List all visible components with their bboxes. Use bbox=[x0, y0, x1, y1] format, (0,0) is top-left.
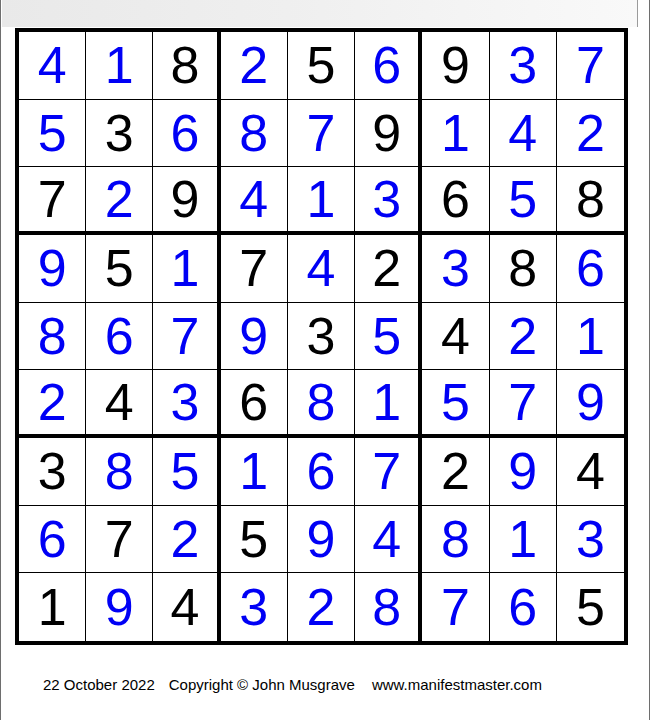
given-digit: 9 bbox=[372, 107, 401, 159]
cell-r6c7[interactable]: 5 bbox=[422, 370, 489, 438]
cell-r8c4[interactable]: 5 bbox=[221, 506, 288, 574]
solved-digit: 4 bbox=[307, 242, 336, 294]
cell-r1c4[interactable]: 2 bbox=[221, 32, 288, 100]
cell-r2c7[interactable]: 1 bbox=[422, 100, 489, 168]
cell-r1c9[interactable]: 7 bbox=[557, 32, 624, 100]
cell-r3c2[interactable]: 2 bbox=[86, 167, 153, 235]
given-digit: 4 bbox=[105, 376, 134, 428]
cell-r7c4[interactable]: 1 bbox=[221, 438, 288, 506]
cell-r7c2[interactable]: 8 bbox=[86, 438, 153, 506]
solved-digit: 1 bbox=[576, 310, 605, 362]
solved-digit: 3 bbox=[372, 173, 401, 225]
cell-r4c9[interactable]: 6 bbox=[557, 235, 624, 303]
given-digit: 6 bbox=[441, 173, 470, 225]
given-digit: 5 bbox=[307, 39, 336, 91]
solved-digit: 5 bbox=[372, 310, 401, 362]
given-digit: 7 bbox=[38, 173, 67, 225]
solved-digit: 2 bbox=[38, 376, 67, 428]
cell-r6c4[interactable]: 6 bbox=[221, 370, 288, 438]
cell-r9c4[interactable]: 3 bbox=[221, 573, 288, 641]
solved-digit: 1 bbox=[171, 242, 200, 294]
cell-r3c7[interactable]: 6 bbox=[422, 167, 489, 235]
solved-digit: 4 bbox=[372, 513, 401, 565]
solved-digit: 6 bbox=[105, 310, 134, 362]
solved-digit: 2 bbox=[508, 310, 537, 362]
cell-r9c5[interactable]: 2 bbox=[288, 573, 355, 641]
cell-r8c7[interactable]: 8 bbox=[422, 506, 489, 574]
given-digit: 4 bbox=[171, 581, 200, 633]
cell-r4c8[interactable]: 8 bbox=[490, 235, 557, 303]
solved-digit: 6 bbox=[576, 242, 605, 294]
solved-digit: 2 bbox=[239, 39, 268, 91]
cell-r1c7[interactable]: 9 bbox=[422, 32, 489, 100]
solved-digit: 8 bbox=[239, 107, 268, 159]
solved-digit: 8 bbox=[105, 445, 134, 497]
solved-digit: 5 bbox=[508, 173, 537, 225]
solved-digit: 5 bbox=[38, 107, 67, 159]
cell-r5c5[interactable]: 3 bbox=[288, 303, 355, 371]
cell-r7c1[interactable]: 3 bbox=[19, 438, 86, 506]
solved-digit: 4 bbox=[508, 107, 537, 159]
solved-digit: 9 bbox=[38, 242, 67, 294]
given-digit: 6 bbox=[239, 376, 268, 428]
solved-digit: 4 bbox=[38, 39, 67, 91]
cell-r2c9[interactable]: 2 bbox=[557, 100, 624, 168]
cell-r2c1[interactable]: 5 bbox=[19, 100, 86, 168]
cell-r1c3[interactable]: 8 bbox=[153, 32, 220, 100]
solved-digit: 5 bbox=[441, 376, 470, 428]
cell-r8c9[interactable]: 3 bbox=[557, 506, 624, 574]
cell-r2c2[interactable]: 3 bbox=[86, 100, 153, 168]
solved-digit: 7 bbox=[171, 310, 200, 362]
solved-digit: 2 bbox=[307, 581, 336, 633]
solved-digit: 7 bbox=[372, 445, 401, 497]
solved-digit: 9 bbox=[239, 310, 268, 362]
cell-r9c2[interactable]: 9 bbox=[86, 573, 153, 641]
given-digit: 3 bbox=[105, 107, 134, 159]
cell-r6c5[interactable]: 8 bbox=[288, 370, 355, 438]
cell-r4c1[interactable]: 9 bbox=[19, 235, 86, 303]
cell-r4c6[interactable]: 2 bbox=[355, 235, 422, 303]
cell-r2c3[interactable]: 6 bbox=[153, 100, 220, 168]
cell-r2c8[interactable]: 4 bbox=[490, 100, 557, 168]
footer: 22 October 2022Copyright © John Musgrave… bbox=[43, 676, 542, 693]
solved-digit: 2 bbox=[171, 513, 200, 565]
given-digit: 5 bbox=[105, 242, 134, 294]
cell-r4c5[interactable]: 4 bbox=[288, 235, 355, 303]
cell-r5c4[interactable]: 9 bbox=[221, 303, 288, 371]
cell-r5c3[interactable]: 7 bbox=[153, 303, 220, 371]
solved-digit: 6 bbox=[171, 107, 200, 159]
cell-r4c2[interactable]: 5 bbox=[86, 235, 153, 303]
given-digit: 1 bbox=[38, 581, 67, 633]
footer-website: www.manifestmaster.com bbox=[372, 676, 542, 693]
cell-r3c9[interactable]: 8 bbox=[557, 167, 624, 235]
given-digit: 4 bbox=[576, 445, 605, 497]
given-digit: 2 bbox=[372, 242, 401, 294]
cell-r8c3[interactable]: 2 bbox=[153, 506, 220, 574]
footer-date: 22 October 2022 bbox=[43, 676, 155, 693]
solved-digit: 2 bbox=[576, 107, 605, 159]
solved-digit: 8 bbox=[38, 310, 67, 362]
given-digit: 8 bbox=[171, 39, 200, 91]
solved-digit: 6 bbox=[372, 39, 401, 91]
cell-r6c9[interactable]: 9 bbox=[557, 370, 624, 438]
cell-r9c3[interactable]: 4 bbox=[153, 573, 220, 641]
cell-r5c7[interactable]: 4 bbox=[422, 303, 489, 371]
solved-digit: 7 bbox=[441, 581, 470, 633]
given-digit: 3 bbox=[38, 445, 67, 497]
given-digit: 9 bbox=[441, 39, 470, 91]
footer-copyright: Copyright © John Musgrave bbox=[169, 676, 355, 693]
solved-digit: 6 bbox=[38, 513, 67, 565]
cell-r7c3[interactable]: 5 bbox=[153, 438, 220, 506]
cell-r6c1[interactable]: 2 bbox=[19, 370, 86, 438]
solved-digit: 3 bbox=[171, 376, 200, 428]
cell-r9c1[interactable]: 1 bbox=[19, 573, 86, 641]
solved-digit: 7 bbox=[508, 376, 537, 428]
cell-r6c6[interactable]: 1 bbox=[355, 370, 422, 438]
cell-r3c5[interactable]: 1 bbox=[288, 167, 355, 235]
cell-r7c9[interactable]: 4 bbox=[557, 438, 624, 506]
solved-digit: 6 bbox=[307, 445, 336, 497]
given-digit: 8 bbox=[576, 173, 605, 225]
solved-digit: 6 bbox=[508, 581, 537, 633]
cell-r1c1[interactable]: 4 bbox=[19, 32, 86, 100]
horizontal-scrollbar[interactable] bbox=[2, 0, 638, 27]
cell-r2c5[interactable]: 7 bbox=[288, 100, 355, 168]
cell-r6c3[interactable]: 3 bbox=[153, 370, 220, 438]
cell-r1c5[interactable]: 5 bbox=[288, 32, 355, 100]
cell-r3c6[interactable]: 3 bbox=[355, 167, 422, 235]
solved-digit: 1 bbox=[372, 376, 401, 428]
cell-r4c4[interactable]: 7 bbox=[221, 235, 288, 303]
solved-digit: 3 bbox=[239, 581, 268, 633]
solved-digit: 7 bbox=[307, 107, 336, 159]
cell-r5c9[interactable]: 1 bbox=[557, 303, 624, 371]
solved-digit: 4 bbox=[239, 173, 268, 225]
page: 4182569375368791427294136589517423868679… bbox=[0, 0, 650, 720]
cell-r1c6[interactable]: 6 bbox=[355, 32, 422, 100]
given-digit: 3 bbox=[307, 310, 336, 362]
solved-digit: 9 bbox=[508, 445, 537, 497]
solved-digit: 3 bbox=[441, 242, 470, 294]
given-digit: 7 bbox=[239, 242, 268, 294]
cell-r2c6[interactable]: 9 bbox=[355, 100, 422, 168]
given-digit: 9 bbox=[171, 173, 200, 225]
given-digit: 2 bbox=[441, 445, 470, 497]
solved-digit: 3 bbox=[508, 39, 537, 91]
cell-r9c7[interactable]: 7 bbox=[422, 573, 489, 641]
solved-digit: 1 bbox=[508, 513, 537, 565]
cell-r4c7[interactable]: 3 bbox=[422, 235, 489, 303]
given-digit: 8 bbox=[508, 242, 537, 294]
solved-digit: 5 bbox=[171, 445, 200, 497]
solved-digit: 1 bbox=[307, 173, 336, 225]
cell-r8c1[interactable]: 6 bbox=[19, 506, 86, 574]
solved-digit: 8 bbox=[307, 376, 336, 428]
cell-r8c8[interactable]: 1 bbox=[490, 506, 557, 574]
cell-r3c1[interactable]: 7 bbox=[19, 167, 86, 235]
cell-r5c8[interactable]: 2 bbox=[490, 303, 557, 371]
cell-r4c3[interactable]: 1 bbox=[153, 235, 220, 303]
cell-r1c8[interactable]: 3 bbox=[490, 32, 557, 100]
cell-r3c3[interactable]: 9 bbox=[153, 167, 220, 235]
given-digit: 5 bbox=[576, 581, 605, 633]
sudoku-board: 4182569375368791427294136589517423868679… bbox=[15, 28, 628, 645]
cell-r1c2[interactable]: 1 bbox=[86, 32, 153, 100]
cell-r5c6[interactable]: 5 bbox=[355, 303, 422, 371]
cell-r8c5[interactable]: 9 bbox=[288, 506, 355, 574]
solved-digit: 1 bbox=[239, 445, 268, 497]
solved-digit: 8 bbox=[372, 581, 401, 633]
given-digit: 7 bbox=[105, 513, 134, 565]
cell-r6c2[interactable]: 4 bbox=[86, 370, 153, 438]
solved-digit: 7 bbox=[576, 39, 605, 91]
cell-r3c8[interactable]: 5 bbox=[490, 167, 557, 235]
cell-r5c2[interactable]: 6 bbox=[86, 303, 153, 371]
solved-digit: 1 bbox=[441, 107, 470, 159]
given-digit: 5 bbox=[239, 513, 268, 565]
solved-digit: 9 bbox=[576, 376, 605, 428]
cell-r7c6[interactable]: 7 bbox=[355, 438, 422, 506]
cell-r9c9[interactable]: 5 bbox=[557, 573, 624, 641]
solved-digit: 3 bbox=[576, 513, 605, 565]
given-digit: 4 bbox=[441, 310, 470, 362]
cell-r5c1[interactable]: 8 bbox=[19, 303, 86, 371]
solved-digit: 2 bbox=[105, 173, 134, 225]
cell-r8c6[interactable]: 4 bbox=[355, 506, 422, 574]
solved-digit: 8 bbox=[441, 513, 470, 565]
solved-digit: 1 bbox=[105, 39, 134, 91]
cell-r7c7[interactable]: 2 bbox=[422, 438, 489, 506]
solved-digit: 9 bbox=[307, 513, 336, 565]
solved-digit: 9 bbox=[105, 581, 134, 633]
cell-r2c4[interactable]: 8 bbox=[221, 100, 288, 168]
cell-r9c8[interactable]: 6 bbox=[490, 573, 557, 641]
cell-r6c8[interactable]: 7 bbox=[490, 370, 557, 438]
cell-r7c5[interactable]: 6 bbox=[288, 438, 355, 506]
cell-r7c8[interactable]: 9 bbox=[490, 438, 557, 506]
cell-r8c2[interactable]: 7 bbox=[86, 506, 153, 574]
cell-r9c6[interactable]: 8 bbox=[355, 573, 422, 641]
cell-r3c4[interactable]: 4 bbox=[221, 167, 288, 235]
